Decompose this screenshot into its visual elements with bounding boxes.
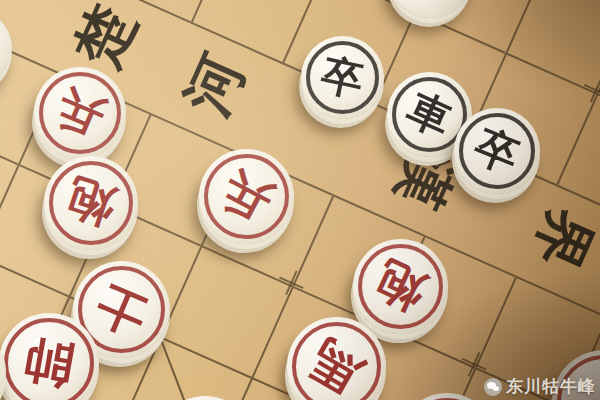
piece-red-general[interactable]: 帥: [0, 313, 99, 400]
piece-black-soldier-2[interactable]: 卒: [454, 108, 540, 194]
wechat-icon: [484, 378, 502, 396]
piece-char-cannon: 炮: [32, 144, 150, 262]
piece-red-soldier-1[interactable]: 兵: [34, 67, 126, 159]
piece-partial-bottom-left: [155, 396, 255, 400]
piece-red-horse[interactable]: 馬: [287, 317, 386, 400]
piece-red-cannon-2[interactable]: 炮: [353, 239, 448, 334]
piece-red-cannon-1[interactable]: 炮: [44, 156, 138, 250]
pieces-layer: 兵炮兵士帥炮馬卒車卒: [0, 0, 600, 400]
piece-char-general: 帥: [0, 305, 107, 400]
piece-char-soldier: 卒: [293, 28, 391, 126]
watermark: 东川牯牛峰: [484, 375, 596, 398]
piece-partial-top-left: [0, 10, 12, 86]
watermark-text: 东川牯牛峰: [506, 375, 596, 398]
piece-black-soldier-1[interactable]: 卒: [301, 36, 384, 119]
piece-partial-top: [389, 0, 473, 18]
piece-red-soldier-2[interactable]: 兵: [199, 149, 294, 244]
piece-char-soldier: 兵: [182, 132, 310, 260]
piece-partial-bottom-center[interactable]: [398, 393, 496, 400]
xiangqi-photo: 楚河漢界 兵炮兵士帥炮馬卒車卒 东川牯牛峰: [0, 0, 600, 400]
